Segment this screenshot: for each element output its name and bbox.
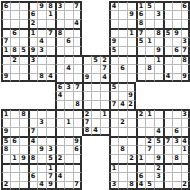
sudoku-cell-r2c20[interactable]	[181, 19, 190, 28]
sudoku-cell-r2c8[interactable]: 4	[73, 19, 82, 28]
sudoku-cell-r6c9[interactable]	[82, 55, 91, 64]
sudoku-cell-r0c18[interactable]	[163, 1, 172, 10]
sudoku-cell-r1c6[interactable]	[55, 10, 64, 19]
sudoku-cell-r7c15[interactable]	[136, 64, 145, 73]
sudoku-cell-r14c7[interactable]	[64, 127, 73, 136]
sudoku-cell-r14c15[interactable]	[136, 127, 145, 136]
sudoku-cell-r13c4[interactable]: 3	[37, 118, 46, 127]
sudoku-cell-r11c8[interactable]: 8	[73, 100, 82, 109]
sudoku-cell-r1c15[interactable]: 6	[136, 10, 145, 19]
sudoku-cell-r12c13[interactable]	[118, 109, 127, 118]
sudoku-cell-r14c18[interactable]	[163, 127, 172, 136]
sudoku-cell-r18c6[interactable]	[55, 163, 64, 172]
sudoku-cell-r17c4[interactable]	[37, 154, 46, 163]
sudoku-cell-r20c17[interactable]	[154, 181, 163, 190]
sudoku-cell-r20c14[interactable]: 8	[127, 181, 136, 190]
sudoku-cell-r7c13[interactable]: 6	[118, 64, 127, 73]
sudoku-cell-r3c3[interactable]: 1	[28, 28, 37, 37]
sudoku-cell-r13c7[interactable]: 1	[64, 118, 73, 127]
sudoku-cell-r8c0[interactable]: 9	[1, 73, 10, 82]
sudoku-cell-r0c20[interactable]: 6	[181, 1, 190, 10]
sudoku-cell-r20c19[interactable]	[172, 181, 181, 190]
sudoku-cell-r18c19[interactable]	[172, 163, 181, 172]
sudoku-cell-r14c1[interactable]	[10, 127, 19, 136]
sudoku-cell-r20c2[interactable]	[19, 181, 28, 190]
sudoku-cell-r6c12[interactable]	[109, 55, 118, 64]
sudoku-cell-r0c14[interactable]	[127, 1, 136, 10]
sudoku-cell-r11c14[interactable]: 2	[127, 100, 136, 109]
sudoku-cell-r14c12[interactable]	[109, 127, 118, 136]
sudoku-cell-r0c5[interactable]: 8	[46, 1, 55, 10]
sudoku-cell-r15c2[interactable]	[19, 136, 28, 145]
sudoku-cell-r10c7[interactable]	[64, 91, 73, 100]
sudoku-cell-r15c4[interactable]	[37, 136, 46, 145]
sudoku-cell-r6c13[interactable]	[118, 55, 127, 64]
sudoku-cell-r2c15[interactable]: 8	[136, 19, 145, 28]
sudoku-cell-r0c13[interactable]	[118, 1, 127, 10]
sudoku-cell-r17c15[interactable]: 1	[136, 154, 145, 163]
sudoku-cell-r16c19[interactable]	[172, 145, 181, 154]
sudoku-cell-r19c7[interactable]	[64, 172, 73, 181]
sudoku-cell-r16c4[interactable]: 9	[37, 145, 46, 154]
sudoku-cell-r1c18[interactable]	[163, 10, 172, 19]
sudoku-cell-r17c7[interactable]	[64, 154, 73, 163]
sudoku-cell-r11c9[interactable]	[82, 100, 91, 109]
sudoku-cell-r8c6[interactable]	[55, 73, 64, 82]
sudoku-cell-r4c4[interactable]: 4	[37, 37, 46, 46]
sudoku-cell-r5c20[interactable]: 7	[181, 46, 190, 55]
sudoku-cell-r7c20[interactable]	[181, 64, 190, 73]
sudoku-cell-r13c19[interactable]	[172, 118, 181, 127]
sudoku-cell-r12c19[interactable]	[172, 109, 181, 118]
sudoku-cell-r9c10[interactable]	[91, 82, 100, 91]
sudoku-cell-r13c13[interactable]: 2	[118, 118, 127, 127]
sudoku-cell-r0c17[interactable]	[154, 1, 163, 10]
sudoku-cell-r3c17[interactable]: 8	[154, 28, 163, 37]
sudoku-cell-r8c15[interactable]	[136, 73, 145, 82]
sudoku-cell-r7c0[interactable]	[1, 64, 10, 73]
sudoku-cell-r19c13[interactable]	[118, 172, 127, 181]
sudoku-cell-r18c14[interactable]	[127, 163, 136, 172]
sudoku-cell-r5c0[interactable]: 1	[1, 46, 10, 55]
sudoku-cell-r14c4[interactable]	[37, 127, 46, 136]
sudoku-cell-r7c16[interactable]: 8	[145, 64, 154, 73]
sudoku-cell-r5c8[interactable]	[73, 46, 82, 55]
sudoku-cell-r15c8[interactable]: 9	[73, 136, 82, 145]
sudoku-cell-r12c8[interactable]	[73, 109, 82, 118]
sudoku-cell-r4c15[interactable]: 5	[136, 37, 145, 46]
sudoku-cell-r5c5[interactable]	[46, 46, 55, 55]
sudoku-cell-r6c16[interactable]	[145, 55, 154, 64]
sudoku-cell-r18c1[interactable]	[10, 163, 19, 172]
sudoku-cell-r2c17[interactable]	[154, 19, 163, 28]
sudoku-cell-r15c19[interactable]: 3	[172, 136, 181, 145]
sudoku-cell-r8c20[interactable]: 9	[181, 73, 190, 82]
sudoku-cell-r6c0[interactable]	[1, 55, 10, 64]
sudoku-cell-r2c0[interactable]	[1, 19, 10, 28]
sudoku-cell-r1c7[interactable]	[64, 10, 73, 19]
sudoku-cell-r2c3[interactable]: 2	[28, 19, 37, 28]
sudoku-cell-r7c2[interactable]	[19, 64, 28, 73]
sudoku-cell-r5c14[interactable]	[127, 46, 136, 55]
sudoku-cell-r8c3[interactable]	[28, 73, 37, 82]
sudoku-cell-r3c0[interactable]	[1, 28, 10, 37]
sudoku-cell-r7c10[interactable]	[91, 64, 100, 73]
sudoku-cell-r19c5[interactable]: 7	[46, 172, 55, 181]
sudoku-cell-r15c18[interactable]: 7	[163, 136, 172, 145]
sudoku-cell-r16c18[interactable]	[163, 145, 172, 154]
sudoku-cell-r1c5[interactable]: 1	[46, 10, 55, 19]
sudoku-cell-r17c17[interactable]: 9	[154, 154, 163, 163]
sudoku-cell-r0c1[interactable]	[10, 1, 19, 10]
sudoku-cell-r12c6[interactable]	[55, 109, 64, 118]
sudoku-cell-r10c11[interactable]	[100, 91, 109, 100]
sudoku-cell-r12c5[interactable]	[46, 109, 55, 118]
sudoku-cell-r17c13[interactable]	[118, 154, 127, 163]
sudoku-cell-r10c13[interactable]	[118, 91, 127, 100]
sudoku-cell-r13c14[interactable]	[127, 118, 136, 127]
sudoku-cell-r12c17[interactable]	[154, 109, 163, 118]
sudoku-cell-r14c14[interactable]	[127, 127, 136, 136]
sudoku-cell-r4c2[interactable]	[19, 37, 28, 46]
sudoku-cell-r15c12[interactable]	[109, 136, 118, 145]
sudoku-cell-r6c7[interactable]	[64, 55, 73, 64]
sudoku-cell-r14c13[interactable]	[118, 127, 127, 136]
sudoku-cell-r0c6[interactable]: 3	[55, 1, 64, 10]
sudoku-cell-r2c5[interactable]	[46, 19, 55, 28]
sudoku-cell-r3c18[interactable]: 5	[163, 28, 172, 37]
sudoku-cell-r8c19[interactable]	[172, 73, 181, 82]
sudoku-cell-r17c5[interactable]: 5	[46, 154, 55, 163]
sudoku-cell-r6c17[interactable]: 1	[154, 55, 163, 64]
sudoku-cell-r13c8[interactable]	[73, 118, 82, 127]
sudoku-cell-r19c6[interactable]: 4	[55, 172, 64, 181]
sudoku-cell-r13c20[interactable]	[181, 118, 190, 127]
sudoku-cell-r11c10[interactable]	[91, 100, 100, 109]
sudoku-cell-r1c2[interactable]	[19, 10, 28, 19]
sudoku-cell-r16c5[interactable]: 3	[46, 145, 55, 154]
sudoku-cell-r3c8[interactable]	[73, 28, 82, 37]
sudoku-cell-r2c18[interactable]	[163, 19, 172, 28]
sudoku-cell-r16c13[interactable]: 8	[118, 145, 127, 154]
sudoku-cell-r15c7[interactable]	[64, 136, 73, 145]
sudoku-cell-r2c6[interactable]	[55, 19, 64, 28]
sudoku-cell-r0c4[interactable]: 9	[37, 1, 46, 10]
sudoku-cell-r18c0[interactable]	[1, 163, 10, 172]
sudoku-cell-r0c19[interactable]	[172, 1, 181, 10]
sudoku-cell-r8c13[interactable]	[118, 73, 127, 82]
sudoku-cell-r5c1[interactable]: 8	[10, 46, 19, 55]
sudoku-cell-r4c16[interactable]: 1	[145, 37, 154, 46]
sudoku-cell-r18c20[interactable]	[181, 163, 190, 172]
sudoku-cell-r18c2[interactable]	[19, 163, 28, 172]
sudoku-cell-r10c6[interactable]: 4	[55, 91, 64, 100]
sudoku-cell-r2c16[interactable]	[145, 19, 154, 28]
sudoku-cell-r7c5[interactable]	[46, 64, 55, 73]
sudoku-cell-r8c7[interactable]	[64, 73, 73, 82]
sudoku-cell-r14c17[interactable]: 4	[154, 127, 163, 136]
sudoku-cell-r3c7[interactable]	[64, 28, 73, 37]
sudoku-cell-r5c6[interactable]	[55, 46, 64, 55]
sudoku-cell-r7c9[interactable]	[82, 64, 91, 73]
sudoku-cell-r18c3[interactable]	[28, 163, 37, 172]
sudoku-cell-r19c12[interactable]	[109, 172, 118, 181]
sudoku-cell-r12c15[interactable]: 2	[136, 109, 145, 118]
sudoku-cell-r13c1[interactable]	[10, 118, 19, 127]
sudoku-cell-r19c20[interactable]	[181, 172, 190, 181]
sudoku-cell-r20c16[interactable]: 5	[145, 181, 154, 190]
sudoku-cell-r20c3[interactable]	[28, 181, 37, 190]
sudoku-cell-r0c7[interactable]	[64, 1, 73, 10]
sudoku-cell-r3c19[interactable]: 9	[172, 28, 181, 37]
sudoku-cell-r3c4[interactable]	[37, 28, 46, 37]
sudoku-cell-r15c13[interactable]	[118, 136, 127, 145]
sudoku-cell-r20c18[interactable]	[163, 181, 172, 190]
sudoku-cell-r14c2[interactable]	[19, 127, 28, 136]
sudoku-cell-r13c3[interactable]	[28, 118, 37, 127]
sudoku-cell-r15c14[interactable]	[127, 136, 136, 145]
sudoku-cell-r4c8[interactable]	[73, 37, 82, 46]
sudoku-cell-r13c18[interactable]	[163, 118, 172, 127]
sudoku-cell-r14c20[interactable]	[181, 127, 190, 136]
sudoku-cell-r19c3[interactable]: 6	[28, 172, 37, 181]
sudoku-cell-r8c2[interactable]	[19, 73, 28, 82]
sudoku-cell-r8c14[interactable]	[127, 73, 136, 82]
sudoku-cell-r13c6[interactable]	[55, 118, 64, 127]
sudoku-cell-r12c18[interactable]	[163, 109, 172, 118]
sudoku-cell-r15c0[interactable]: 5	[1, 136, 10, 145]
sudoku-cell-r16c17[interactable]	[154, 145, 163, 154]
sudoku-cell-r17c20[interactable]	[181, 154, 190, 163]
sudoku-cell-r0c8[interactable]: 7	[73, 1, 82, 10]
sudoku-cell-r8c18[interactable]: 4	[163, 73, 172, 82]
sudoku-cell-r17c14[interactable]: 2	[127, 154, 136, 163]
sudoku-cell-r12c3[interactable]	[28, 109, 37, 118]
sudoku-cell-r14c8[interactable]	[73, 127, 82, 136]
sudoku-cell-r5c17[interactable]: 9	[154, 46, 163, 55]
sudoku-cell-r15c15[interactable]	[136, 136, 145, 145]
sudoku-cell-r9c11[interactable]	[100, 82, 109, 91]
sudoku-cell-r3c2[interactable]	[19, 28, 28, 37]
sudoku-cell-r13c12[interactable]	[109, 118, 118, 127]
sudoku-cell-r2c13[interactable]	[118, 19, 127, 28]
sudoku-cell-r7c3[interactable]	[28, 64, 37, 73]
sudoku-cell-r7c4[interactable]	[37, 64, 46, 73]
sudoku-cell-r8c17[interactable]	[154, 73, 163, 82]
sudoku-cell-r2c14[interactable]	[127, 19, 136, 28]
sudoku-cell-r19c4[interactable]	[37, 172, 46, 181]
sudoku-cell-r1c4[interactable]	[37, 10, 46, 19]
sudoku-cell-r10c14[interactable]: 9	[127, 91, 136, 100]
sudoku-cell-r5c2[interactable]: 5	[19, 46, 28, 55]
sudoku-cell-r7c6[interactable]	[55, 64, 64, 73]
sudoku-cell-r0c16[interactable]: 5	[145, 1, 154, 10]
sudoku-cell-r13c2[interactable]	[19, 118, 28, 127]
sudoku-cell-r2c2[interactable]	[19, 19, 28, 28]
sudoku-cell-r3c13[interactable]	[118, 28, 127, 37]
sudoku-cell-r16c3[interactable]	[28, 145, 37, 154]
sudoku-cell-r15c17[interactable]: 5	[154, 136, 163, 145]
sudoku-cell-r14c11[interactable]	[100, 127, 109, 136]
sudoku-cell-r20c4[interactable]: 4	[37, 181, 46, 190]
sudoku-cell-r16c8[interactable]: 6	[73, 145, 82, 154]
sudoku-cell-r6c1[interactable]: 2	[10, 55, 19, 64]
sudoku-cell-r0c15[interactable]: 1	[136, 1, 145, 10]
sudoku-cell-r12c20[interactable]: 3	[181, 109, 190, 118]
sudoku-cell-r16c15[interactable]	[136, 145, 145, 154]
sudoku-cell-r12c10[interactable]	[91, 109, 100, 118]
sudoku-cell-r14c5[interactable]	[46, 127, 55, 136]
sudoku-cell-r19c0[interactable]	[1, 172, 10, 181]
sudoku-cell-r4c18[interactable]	[163, 37, 172, 46]
sudoku-cell-r15c1[interactable]: 6	[10, 136, 19, 145]
sudoku-cell-r0c3[interactable]	[28, 1, 37, 10]
sudoku-cell-r3c16[interactable]	[145, 28, 154, 37]
sudoku-cell-r9c13[interactable]	[118, 82, 127, 91]
sudoku-cell-r11c13[interactable]: 4	[118, 100, 127, 109]
sudoku-cell-r6c10[interactable]: 5	[91, 55, 100, 64]
sudoku-cell-r6c11[interactable]: 2	[100, 55, 109, 64]
sudoku-cell-r1c3[interactable]: 6	[28, 10, 37, 19]
sudoku-cell-r1c19[interactable]	[172, 10, 181, 19]
sudoku-cell-r13c5[interactable]	[46, 118, 55, 127]
sudoku-cell-r13c10[interactable]	[91, 118, 100, 127]
sudoku-cell-r15c16[interactable]: 2	[145, 136, 154, 145]
sudoku-cell-r5c16[interactable]	[145, 46, 154, 55]
sudoku-cell-r20c6[interactable]	[55, 181, 64, 190]
sudoku-cell-r17c2[interactable]: 9	[19, 154, 28, 163]
sudoku-cell-r12c12[interactable]	[109, 109, 118, 118]
sudoku-cell-r12c14[interactable]	[127, 109, 136, 118]
sudoku-cell-r9c14[interactable]	[127, 82, 136, 91]
sudoku-cell-r3c14[interactable]: 1	[127, 28, 136, 37]
sudoku-cell-r1c12[interactable]	[109, 10, 118, 19]
sudoku-cell-r1c8[interactable]	[73, 10, 82, 19]
sudoku-cell-r8c11[interactable]: 4	[100, 73, 109, 82]
sudoku-cell-r4c13[interactable]	[118, 37, 127, 46]
sudoku-cell-r9c12[interactable]: 5	[109, 82, 118, 91]
sudoku-cell-r4c5[interactable]	[46, 37, 55, 46]
sudoku-cell-r7c18[interactable]	[163, 64, 172, 73]
sudoku-cell-r6c5[interactable]	[46, 55, 55, 64]
sudoku-cell-r17c0[interactable]	[1, 154, 10, 163]
sudoku-cell-r16c6[interactable]	[55, 145, 64, 154]
sudoku-cell-r8c10[interactable]	[91, 73, 100, 82]
sudoku-cell-r5c18[interactable]	[163, 46, 172, 55]
sudoku-cell-r14c16[interactable]	[145, 127, 154, 136]
sudoku-cell-r12c0[interactable]: 1	[1, 109, 10, 118]
sudoku-cell-r12c7[interactable]	[64, 109, 73, 118]
sudoku-cell-r17c12[interactable]	[109, 154, 118, 163]
sudoku-cell-r6c4[interactable]	[37, 55, 46, 64]
sudoku-cell-r9c6[interactable]: 6	[55, 82, 64, 91]
sudoku-cell-r13c15[interactable]	[136, 118, 145, 127]
sudoku-cell-r1c14[interactable]: 9	[127, 10, 136, 19]
sudoku-cell-r1c16[interactable]	[145, 10, 154, 19]
sudoku-cell-r14c19[interactable]: 6	[172, 127, 181, 136]
sudoku-cell-r13c9[interactable]: 7	[82, 118, 91, 127]
sudoku-cell-r1c17[interactable]: 3	[154, 10, 163, 19]
sudoku-cell-r7c19[interactable]	[172, 64, 181, 73]
sudoku-cell-r12c16[interactable]: 1	[145, 109, 154, 118]
sudoku-cell-r17c3[interactable]: 8	[28, 154, 37, 163]
sudoku-cell-r17c8[interactable]	[73, 154, 82, 163]
sudoku-cell-r6c3[interactable]: 3	[28, 55, 37, 64]
sudoku-cell-r4c0[interactable]: 7	[1, 37, 10, 46]
sudoku-cell-r12c2[interactable]: 8	[19, 109, 28, 118]
sudoku-cell-r19c1[interactable]	[10, 172, 19, 181]
sudoku-cell-r11c11[interactable]	[100, 100, 109, 109]
sudoku-cell-r19c19[interactable]	[172, 172, 181, 181]
sudoku-cell-r16c1[interactable]	[10, 145, 19, 154]
sudoku-cell-r10c12[interactable]	[109, 91, 118, 100]
sudoku-cell-r14c9[interactable]: 8	[82, 127, 91, 136]
sudoku-cell-r17c19[interactable]: 8	[172, 154, 181, 163]
sudoku-cell-r19c14[interactable]	[127, 172, 136, 181]
sudoku-cell-r20c12[interactable]: 3	[109, 181, 118, 190]
sudoku-cell-r19c8[interactable]	[73, 172, 82, 181]
sudoku-cell-r19c16[interactable]	[145, 172, 154, 181]
sudoku-cell-r2c19[interactable]	[172, 19, 181, 28]
sudoku-cell-r6c15[interactable]	[136, 55, 145, 64]
sudoku-cell-r9c7[interactable]: 3	[64, 82, 73, 91]
sudoku-cell-r7c12[interactable]	[109, 64, 118, 73]
sudoku-cell-r20c5[interactable]: 9	[46, 181, 55, 190]
sudoku-cell-r6c19[interactable]	[172, 55, 181, 64]
sudoku-cell-r10c9[interactable]	[82, 91, 91, 100]
sudoku-cell-r6c8[interactable]	[73, 55, 82, 64]
sudoku-cell-r0c0[interactable]: 6	[1, 1, 10, 10]
sudoku-cell-r2c4[interactable]	[37, 19, 46, 28]
sudoku-cell-r4c7[interactable]: 6	[64, 37, 73, 46]
sudoku-cell-r20c0[interactable]: 2	[1, 181, 10, 190]
sudoku-cell-r13c17[interactable]	[154, 118, 163, 127]
sudoku-cell-r2c7[interactable]	[64, 19, 73, 28]
sudoku-cell-r17c18[interactable]	[163, 154, 172, 163]
sudoku-cell-r17c6[interactable]: 2	[55, 154, 64, 163]
sudoku-cell-r0c2[interactable]	[19, 1, 28, 10]
sudoku-cell-r1c1[interactable]	[10, 10, 19, 19]
sudoku-cell-r16c7[interactable]	[64, 145, 73, 154]
sudoku-cell-r1c20[interactable]	[181, 10, 190, 19]
sudoku-cell-r18c8[interactable]	[73, 163, 82, 172]
sudoku-cell-r5c12[interactable]: 5	[109, 46, 118, 55]
sudoku-cell-r8c9[interactable]: 9	[82, 73, 91, 82]
sudoku-cell-r18c13[interactable]	[118, 163, 127, 172]
sudoku-cell-r4c1[interactable]	[10, 37, 19, 46]
sudoku-cell-r4c3[interactable]	[28, 37, 37, 46]
sudoku-cell-r9c8[interactable]: 7	[73, 82, 82, 91]
sudoku-cell-r20c15[interactable]: 4	[136, 181, 145, 190]
sudoku-cell-r3c20[interactable]	[181, 28, 190, 37]
sudoku-cell-r8c5[interactable]: 4	[46, 73, 55, 82]
sudoku-cell-r16c0[interactable]: 8	[1, 145, 10, 154]
sudoku-cell-r20c13[interactable]	[118, 181, 127, 190]
sudoku-cell-r20c20[interactable]: 2	[181, 181, 190, 190]
sudoku-cell-r6c2[interactable]	[19, 55, 28, 64]
sudoku-cell-r17c16[interactable]	[145, 154, 154, 163]
sudoku-cell-r5c15[interactable]	[136, 46, 145, 55]
sudoku-cell-r4c20[interactable]: 3	[181, 37, 190, 46]
sudoku-cell-r8c8[interactable]	[73, 73, 82, 82]
sudoku-cell-r11c6[interactable]	[55, 100, 64, 109]
sudoku-cell-r10c10[interactable]	[91, 91, 100, 100]
sudoku-cell-r14c3[interactable]: 7	[28, 127, 37, 136]
sudoku-cell-r4c12[interactable]: 9	[109, 37, 118, 46]
sudoku-cell-r2c12[interactable]	[109, 19, 118, 28]
sudoku-cell-r18c7[interactable]	[64, 163, 73, 172]
sudoku-cell-r19c2[interactable]	[19, 172, 28, 181]
